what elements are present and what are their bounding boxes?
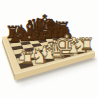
piece-white-king-e1: ♚: [54, 32, 79, 60]
piece-black-rook-h8: ♜: [55, 20, 70, 37]
piece-white-knight-b1: ♞: [30, 46, 48, 66]
piece-black-knight-g8: ♞: [48, 18, 66, 38]
piece-white-pawn-c2: ♟: [38, 44, 51, 58]
piece-black-pawn-c7: ♟: [27, 28, 40, 42]
piece-white-knight-g1: ♞: [72, 35, 90, 55]
piece-white-pawn-d2: ♟: [47, 42, 60, 56]
piece-black-pawn-g7: ♟: [55, 25, 68, 39]
piece-black-pawn-h7: ♟: [61, 25, 74, 39]
piece-white-rook-h1: ♜: [79, 37, 94, 54]
piece-black-king-e8: ♚: [32, 12, 57, 40]
piece-white-pawn-f2: ♟: [62, 39, 75, 53]
piece-white-pawn-e2: ♟: [55, 40, 68, 54]
piece-black-pawn-a7: ♟: [9, 30, 22, 44]
chess-set-photo: ♜♞♝♛♚♝♞♜♟♟♟♟♟♟♟♟♟♟♟♟♟♟♟♟♜♞♝♛♚♝♞♜: [0, 0, 98, 98]
piece-black-pawn-f7: ♟: [49, 26, 62, 40]
piece-black-bishop-f8: ♝: [41, 17, 61, 39]
piece-black-rook-a8: ♜: [5, 24, 20, 41]
piece-white-bishop-f1: ♝: [64, 35, 84, 57]
piece-white-pawn-b2: ♟: [28, 46, 41, 60]
piece-white-bishop-c1: ♝: [40, 41, 60, 63]
piece-black-queen-d8: ♛: [26, 15, 49, 41]
piece-black-pawn-b7: ♟: [19, 29, 32, 43]
piece-white-queen-d1: ♛: [47, 36, 70, 62]
piece-black-pawn-e7: ♟: [42, 26, 55, 40]
piece-white-pawn-a2: ♟: [17, 48, 30, 62]
piece-white-pawn-g2: ♟: [69, 37, 82, 51]
piece-black-pawn-d7: ♟: [35, 28, 48, 42]
piece-black-bishop-c8: ♝: [20, 18, 40, 40]
piece-black-knight-b8: ♞: [13, 21, 31, 41]
piece-white-rook-a1: ♜: [20, 51, 35, 68]
pieces-layer: ♜♞♝♛♚♝♞♜♟♟♟♟♟♟♟♟♟♟♟♟♟♟♟♟♜♞♝♛♚♝♞♜: [0, 0, 98, 98]
piece-white-pawn-h2: ♟: [75, 36, 88, 50]
